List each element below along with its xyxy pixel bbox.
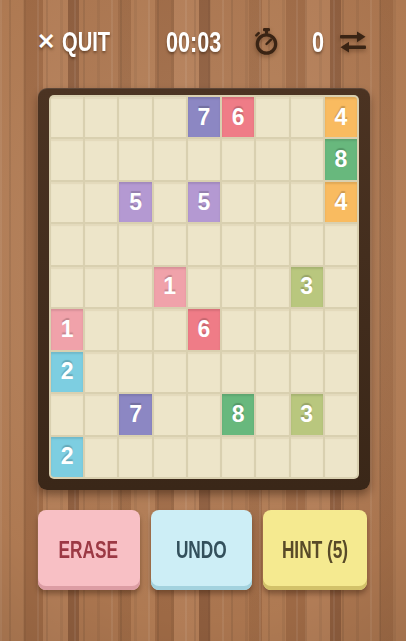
cell-r9c2[interactable] <box>85 437 117 477</box>
cell-r3c5[interactable]: 5 <box>188 182 220 222</box>
cell-r9c1[interactable]: 2 <box>51 437 83 477</box>
cell-r2c5[interactable] <box>188 139 220 179</box>
cell-r3c3[interactable]: 5 <box>119 182 151 222</box>
cell-r9c8[interactable] <box>291 437 323 477</box>
cell-r4c8[interactable] <box>291 224 323 264</box>
cell-r8c3[interactable]: 7 <box>119 394 151 434</box>
cell-r5c3[interactable] <box>119 267 151 307</box>
cell-r2c9[interactable]: 8 <box>325 139 357 179</box>
cell-r7c2[interactable] <box>85 352 117 392</box>
cell-r1c5[interactable]: 7 <box>188 97 220 137</box>
cell-r4c6[interactable] <box>222 224 254 264</box>
timer-value: 00:03 <box>166 25 221 59</box>
stopwatch-icon <box>253 27 280 57</box>
hint-button[interactable]: HINT (5) <box>263 510 367 590</box>
cell-r6c7[interactable] <box>256 309 288 349</box>
cell-r1c2[interactable] <box>85 97 117 137</box>
board-grid: 7648554131627832 <box>51 97 357 477</box>
cell-r8c9[interactable] <box>325 394 357 434</box>
cell-r5c6[interactable] <box>222 267 254 307</box>
cell-r8c5[interactable] <box>188 394 220 434</box>
cell-r8c1[interactable] <box>51 394 83 434</box>
cell-r6c1[interactable]: 1 <box>51 309 83 349</box>
erase-button[interactable]: ERASE <box>38 510 140 590</box>
cell-r1c7[interactable] <box>256 97 288 137</box>
cell-r8c6[interactable]: 8 <box>222 394 254 434</box>
swap-arrows-icon <box>338 28 368 56</box>
cell-r5c4[interactable]: 1 <box>154 267 186 307</box>
cell-r6c6[interactable] <box>222 309 254 349</box>
counter-value: 0 <box>312 25 324 59</box>
cell-r9c9[interactable] <box>325 437 357 477</box>
cell-r3c9[interactable]: 4 <box>325 182 357 222</box>
cell-r2c6[interactable] <box>222 139 254 179</box>
cell-r1c4[interactable] <box>154 97 186 137</box>
undo-label: UNDO <box>176 536 227 564</box>
cell-r7c4[interactable] <box>154 352 186 392</box>
hint-label: HINT (5) <box>282 536 348 564</box>
close-icon: ✕ <box>37 29 55 55</box>
cell-r4c7[interactable] <box>256 224 288 264</box>
moves-counter: 0 <box>312 25 368 59</box>
cell-r1c6[interactable]: 6 <box>222 97 254 137</box>
quit-button[interactable]: ✕ QUIT <box>37 26 129 58</box>
cell-r3c7[interactable] <box>256 182 288 222</box>
cell-r5c7[interactable] <box>256 267 288 307</box>
undo-button[interactable]: UNDO <box>151 510 253 590</box>
cell-r4c3[interactable] <box>119 224 151 264</box>
cell-r6c5[interactable]: 6 <box>188 309 220 349</box>
cell-r4c5[interactable] <box>188 224 220 264</box>
cell-r8c2[interactable] <box>85 394 117 434</box>
cell-r9c6[interactable] <box>222 437 254 477</box>
cell-r4c1[interactable] <box>51 224 83 264</box>
cell-r8c8[interactable]: 3 <box>291 394 323 434</box>
cell-r1c3[interactable] <box>119 97 151 137</box>
erase-label: ERASE <box>59 536 119 564</box>
cell-r5c1[interactable] <box>51 267 83 307</box>
cell-r2c1[interactable] <box>51 139 83 179</box>
cell-r6c4[interactable] <box>154 309 186 349</box>
cell-r8c4[interactable] <box>154 394 186 434</box>
cell-r6c3[interactable] <box>119 309 151 349</box>
cell-r1c1[interactable] <box>51 97 83 137</box>
cell-r6c2[interactable] <box>85 309 117 349</box>
cell-r4c9[interactable] <box>325 224 357 264</box>
cell-r7c7[interactable] <box>256 352 288 392</box>
action-bar: ERASE UNDO HINT (5) <box>38 510 367 590</box>
cell-r2c4[interactable] <box>154 139 186 179</box>
cell-r7c9[interactable] <box>325 352 357 392</box>
cell-r4c4[interactable] <box>154 224 186 264</box>
cell-r5c8[interactable]: 3 <box>291 267 323 307</box>
cell-r4c2[interactable] <box>85 224 117 264</box>
cell-r5c2[interactable] <box>85 267 117 307</box>
cell-r1c9[interactable]: 4 <box>325 97 357 137</box>
cell-r2c8[interactable] <box>291 139 323 179</box>
cell-r7c3[interactable] <box>119 352 151 392</box>
cell-r2c7[interactable] <box>256 139 288 179</box>
cell-r5c5[interactable] <box>188 267 220 307</box>
cell-r7c8[interactable] <box>291 352 323 392</box>
cell-r5c9[interactable] <box>325 267 357 307</box>
timer: 00:03 <box>166 25 280 59</box>
cell-r9c4[interactable] <box>154 437 186 477</box>
cell-r3c1[interactable] <box>51 182 83 222</box>
cell-r7c1[interactable]: 2 <box>51 352 83 392</box>
cell-r6c8[interactable] <box>291 309 323 349</box>
cell-r3c6[interactable] <box>222 182 254 222</box>
cell-r9c5[interactable] <box>188 437 220 477</box>
cell-r7c5[interactable] <box>188 352 220 392</box>
cell-r2c2[interactable] <box>85 139 117 179</box>
cell-r3c2[interactable] <box>85 182 117 222</box>
cell-r7c6[interactable] <box>222 352 254 392</box>
cell-r2c3[interactable] <box>119 139 151 179</box>
cell-r9c3[interactable] <box>119 437 151 477</box>
quit-label: QUIT <box>62 26 110 58</box>
cell-r9c7[interactable] <box>256 437 288 477</box>
cell-r3c4[interactable] <box>154 182 186 222</box>
cell-r8c7[interactable] <box>256 394 288 434</box>
cell-r1c8[interactable] <box>291 97 323 137</box>
cell-r6c9[interactable] <box>325 309 357 349</box>
cell-r3c8[interactable] <box>291 182 323 222</box>
sudoku-board: 7648554131627832 <box>38 88 370 490</box>
